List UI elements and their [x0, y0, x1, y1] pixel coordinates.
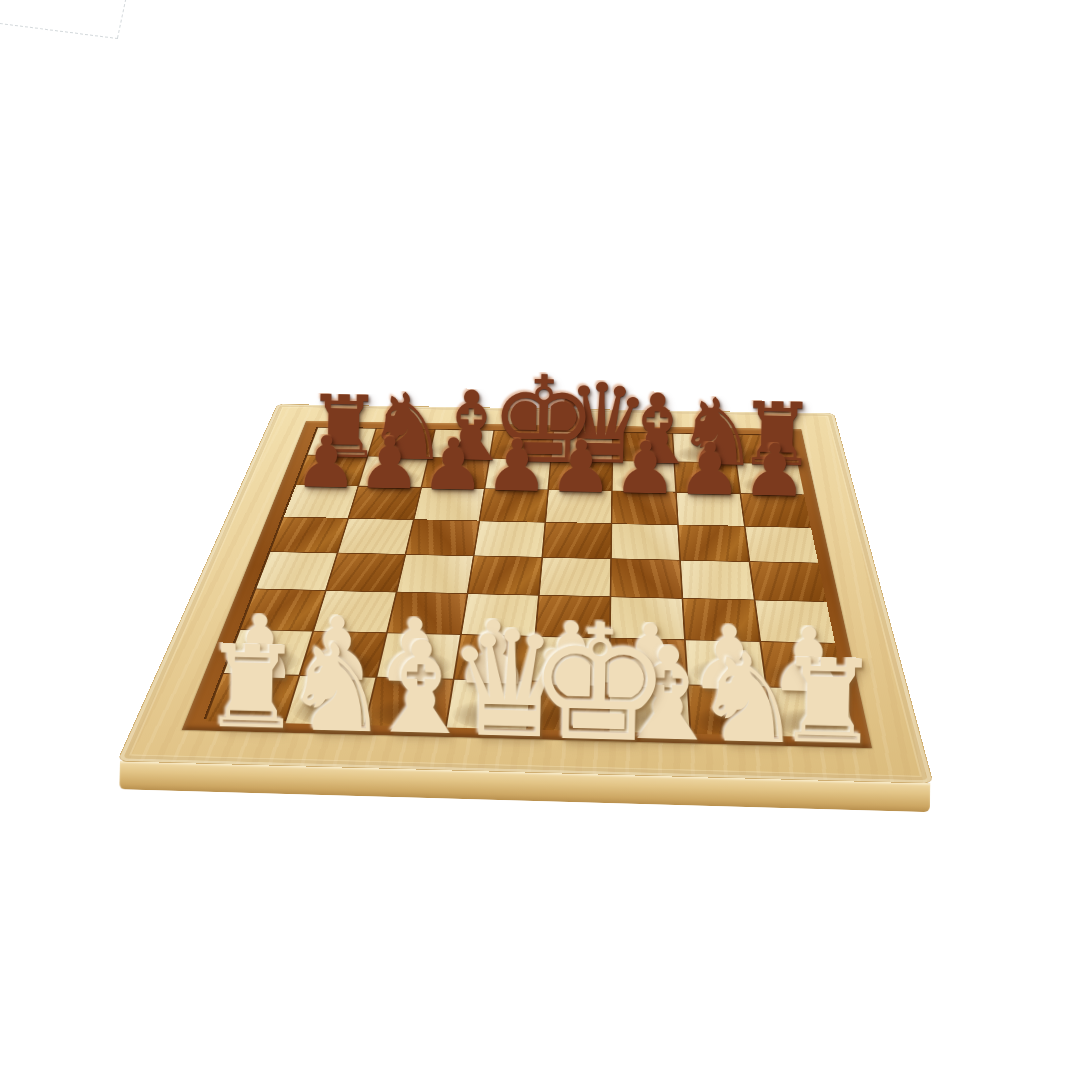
render-artifact-line: [0, 23, 118, 39]
piece-white-bishop-c1[interactable]: ♝: [363, 637, 445, 741]
piece-black-pawn-h7[interactable]: ♟: [742, 441, 807, 500]
piece-black-pawn-e7[interactable]: ♟: [548, 438, 612, 496]
square-g5[interactable]: [679, 525, 749, 561]
piece-white-knight-b1[interactable]: ♞: [282, 639, 363, 738]
piece-white-queen-d1[interactable]: ♛: [444, 625, 527, 744]
square-c5[interactable]: [406, 520, 478, 555]
square-c7[interactable]: ♟: [422, 458, 489, 488]
piece-black-pawn-b7[interactable]: ♟: [357, 435, 420, 493]
scene: ♜♞♝♚♛♝♞♜♟♟♟♟♟♟♟♟♟♟♟♟♟♟♟♟♜♞♝♛♚♝♞♜: [0, 0, 1080, 1080]
board-grid: ♜♞♝♚♛♝♞♜♟♟♟♟♟♟♟♟♟♟♟♟♟♟♟♟♜♞♝♛♚♝♞♜: [203, 427, 851, 737]
square-d1[interactable]: ♛: [447, 680, 531, 730]
board-frame: ♜♞♝♚♛♝♞♜♟♟♟♟♟♟♟♟♟♟♟♟♟♟♟♟♜♞♝♛♚♝♞♜: [118, 404, 932, 783]
square-b7[interactable]: ♟: [359, 457, 428, 487]
board-inner-border: ♜♞♝♚♛♝♞♜♟♟♟♟♟♟♟♟♟♟♟♟♟♟♟♟♜♞♝♛♚♝♞♜: [182, 421, 872, 748]
piece-black-pawn-d7[interactable]: ♟: [485, 437, 549, 495]
board-3d-plane: ♜♞♝♚♛♝♞♜♟♟♟♟♟♟♟♟♟♟♟♟♟♟♟♟♜♞♝♛♚♝♞♜: [118, 404, 932, 783]
square-h7[interactable]: ♟: [737, 463, 804, 494]
square-a4[interactable]: [256, 552, 336, 590]
piece-white-rook-a1[interactable]: ♜: [201, 642, 282, 735]
square-a7[interactable]: ♟: [296, 455, 366, 485]
square-b5[interactable]: [338, 519, 412, 554]
square-h4[interactable]: [750, 562, 826, 601]
render-artifact-line: [117, 0, 126, 38]
board-front-edge: [119, 761, 930, 812]
square-c1[interactable]: ♝: [366, 678, 453, 728]
square-d5[interactable]: [475, 521, 545, 557]
square-c4[interactable]: [397, 555, 472, 593]
square-e7[interactable]: ♟: [549, 460, 612, 491]
square-h5[interactable]: [746, 527, 819, 563]
square-d7[interactable]: ♟: [485, 459, 550, 490]
square-b4[interactable]: [327, 553, 405, 591]
square-a5[interactable]: [271, 517, 348, 552]
piece-black-pawn-a7[interactable]: ♟: [294, 433, 357, 491]
square-f7[interactable]: ♟: [613, 461, 676, 492]
square-g7[interactable]: ♟: [675, 462, 740, 493]
piece-white-king-e1[interactable]: ♚: [527, 618, 611, 748]
square-b1[interactable]: ♞: [286, 676, 376, 725]
piece-black-pawn-f7[interactable]: ♟: [613, 439, 677, 497]
square-g4[interactable]: [681, 561, 754, 600]
square-f5[interactable]: [612, 524, 679, 560]
piece-black-pawn-c7[interactable]: ♟: [421, 436, 484, 494]
square-e5[interactable]: [543, 523, 611, 559]
piece-black-pawn-g7[interactable]: ♟: [677, 440, 741, 499]
square-e1[interactable]: ♚: [528, 682, 608, 732]
